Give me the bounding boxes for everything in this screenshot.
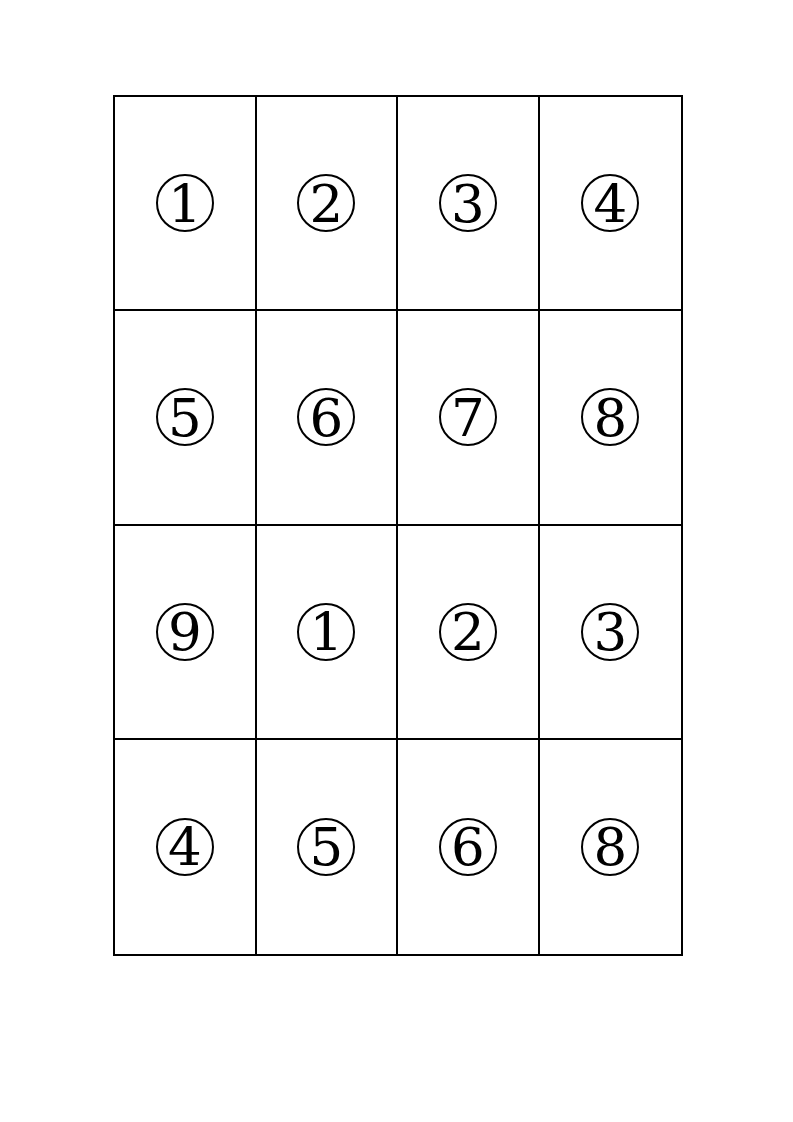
cell-r2c4: 8 — [540, 311, 682, 525]
circled-number: 4 — [156, 818, 214, 876]
circled-number: 5 — [156, 388, 214, 446]
number-label: 5 — [168, 391, 202, 444]
circled-number: 7 — [439, 388, 497, 446]
circled-number: 4 — [581, 174, 639, 232]
number-label: 3 — [451, 177, 485, 230]
number-label: 6 — [309, 391, 343, 444]
cell-r4c4: 8 — [540, 740, 682, 954]
cell-r1c2: 2 — [257, 97, 399, 311]
circled-number: 2 — [439, 603, 497, 661]
cell-r1c3: 3 — [398, 97, 540, 311]
number-label: 1 — [309, 605, 343, 658]
cell-r4c3: 6 — [398, 740, 540, 954]
number-label: 9 — [168, 605, 202, 658]
cell-r3c3: 2 — [398, 526, 540, 740]
number-label: 4 — [168, 820, 202, 873]
cell-r1c1: 1 — [115, 97, 257, 311]
number-label: 6 — [451, 820, 485, 873]
number-label: 7 — [451, 391, 485, 444]
number-label: 4 — [593, 177, 627, 230]
circled-number: 8 — [581, 818, 639, 876]
circled-number: 3 — [581, 603, 639, 661]
worksheet-page: 1 2 3 4 5 6 7 8 9 1 2 — [0, 0, 793, 1122]
circled-number: 9 — [156, 603, 214, 661]
circled-number: 6 — [439, 818, 497, 876]
circled-number: 1 — [156, 174, 214, 232]
cell-r2c2: 6 — [257, 311, 399, 525]
number-label: 2 — [309, 177, 343, 230]
cell-r1c4: 4 — [540, 97, 682, 311]
number-label: 1 — [168, 177, 202, 230]
cell-r4c2: 5 — [257, 740, 399, 954]
cell-r3c2: 1 — [257, 526, 399, 740]
circled-number: 1 — [297, 603, 355, 661]
number-label: 8 — [593, 391, 627, 444]
circled-number: 6 — [297, 388, 355, 446]
cell-r3c1: 9 — [115, 526, 257, 740]
cell-r2c1: 5 — [115, 311, 257, 525]
circled-number: 8 — [581, 388, 639, 446]
cell-r2c3: 7 — [398, 311, 540, 525]
circled-number: 5 — [297, 818, 355, 876]
cell-r4c1: 4 — [115, 740, 257, 954]
number-label: 8 — [593, 820, 627, 873]
circled-number: 3 — [439, 174, 497, 232]
number-grid-board: 1 2 3 4 5 6 7 8 9 1 2 — [113, 95, 683, 956]
number-label: 2 — [451, 605, 485, 658]
number-label: 5 — [309, 820, 343, 873]
number-label: 3 — [593, 605, 627, 658]
cell-r3c4: 3 — [540, 526, 682, 740]
circled-number: 2 — [297, 174, 355, 232]
